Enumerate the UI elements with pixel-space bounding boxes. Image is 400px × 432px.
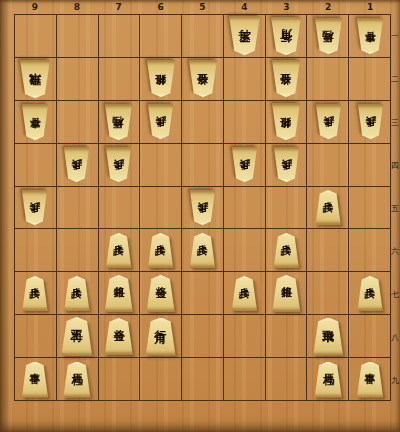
piece-kanji: 香車 bbox=[30, 365, 41, 398]
rank-label: 八 bbox=[390, 331, 400, 342]
board-cell[interactable] bbox=[349, 58, 391, 101]
board-cell[interactable] bbox=[57, 58, 99, 101]
piece-kanji: 金将 bbox=[113, 321, 124, 355]
shogi-piece-g-sente[interactable]: 金将 bbox=[104, 318, 134, 355]
board-cell[interactable] bbox=[140, 358, 182, 401]
piece-kanji: 歩兵 bbox=[239, 147, 250, 179]
piece-kanji: 銀将 bbox=[281, 278, 292, 312]
piece-face: 角行 bbox=[270, 17, 302, 55]
shogi-piece-b-gote[interactable]: 角行 bbox=[270, 17, 302, 55]
board-cell[interactable] bbox=[307, 144, 349, 187]
shogi-piece-p-gote[interactable]: 歩兵 bbox=[189, 190, 216, 225]
shogi-piece-p-gote[interactable]: 歩兵 bbox=[315, 104, 342, 139]
piece-kanji: 歩兵 bbox=[113, 147, 124, 179]
board-cell[interactable] bbox=[140, 187, 182, 230]
board-cell[interactable] bbox=[349, 187, 391, 230]
rank-label: 六 bbox=[390, 245, 400, 256]
board-cell[interactable] bbox=[57, 101, 99, 144]
board-cell[interactable] bbox=[307, 58, 349, 101]
board-cell[interactable] bbox=[349, 315, 391, 358]
piece-kanji: 銀将 bbox=[155, 60, 166, 94]
piece-face: 香車 bbox=[356, 362, 384, 398]
piece-kanji: 銀将 bbox=[113, 278, 124, 312]
shogi-piece-p-sente[interactable]: 歩兵 bbox=[357, 276, 384, 311]
shogi-piece-r-sente[interactable]: 飛車 bbox=[312, 318, 344, 356]
piece-kanji: 歩兵 bbox=[197, 190, 208, 222]
piece-kanji: 歩兵 bbox=[281, 236, 292, 268]
piece-kanji: 歩兵 bbox=[323, 104, 334, 136]
board-cell[interactable] bbox=[182, 358, 224, 401]
piece-kanji: 王将 bbox=[71, 320, 83, 356]
shogi-piece-p-gote[interactable]: 歩兵 bbox=[231, 147, 258, 182]
rank-label: 三 bbox=[390, 116, 400, 127]
piece-face: 歩兵 bbox=[315, 104, 342, 139]
piece-face: 歩兵 bbox=[231, 147, 258, 182]
board-cell[interactable] bbox=[224, 58, 266, 101]
shogi-piece-k-gote[interactable]: 玉将 bbox=[228, 16, 261, 55]
piece-face: 歩兵 bbox=[189, 190, 216, 225]
board-cell[interactable] bbox=[99, 358, 141, 401]
piece-face: 歩兵 bbox=[105, 233, 132, 268]
piece-kanji: 歩兵 bbox=[72, 147, 83, 179]
piece-kanji: 歩兵 bbox=[239, 279, 250, 311]
board-cell[interactable] bbox=[99, 58, 141, 101]
piece-face: 銀将 bbox=[271, 275, 301, 312]
piece-face: 銀将 bbox=[104, 275, 134, 312]
piece-kanji: 歩兵 bbox=[30, 190, 41, 222]
shogi-piece-n-gote[interactable]: 桂馬 bbox=[314, 18, 343, 54]
piece-face: 歩兵 bbox=[21, 276, 48, 311]
piece-face: 歩兵 bbox=[273, 233, 300, 268]
piece-kanji: 玉将 bbox=[238, 16, 250, 52]
shogi-piece-p-gote[interactable]: 歩兵 bbox=[273, 147, 300, 182]
piece-face: 飛車 bbox=[312, 318, 344, 356]
board-cell[interactable] bbox=[224, 101, 266, 144]
rank-label: 五 bbox=[390, 202, 400, 213]
board-cell[interactable] bbox=[182, 144, 224, 187]
shogi-piece-p-gote[interactable]: 歩兵 bbox=[147, 104, 174, 139]
piece-face: 香車 bbox=[21, 362, 49, 398]
piece-face: 金将 bbox=[104, 318, 134, 355]
piece-kanji: 歩兵 bbox=[30, 279, 41, 311]
shogi-piece-l-sente[interactable]: 香車 bbox=[356, 362, 384, 398]
piece-face: 歩兵 bbox=[357, 104, 384, 139]
board-cell[interactable] bbox=[57, 187, 99, 230]
shogi-piece-n-sente[interactable]: 桂馬 bbox=[62, 362, 91, 398]
board-cell[interactable] bbox=[15, 315, 57, 358]
board-cell[interactable] bbox=[349, 144, 391, 187]
board-cell[interactable] bbox=[224, 187, 266, 230]
shogi-piece-p-gote[interactable]: 歩兵 bbox=[63, 147, 90, 182]
piece-kanji: 桂馬 bbox=[323, 18, 334, 51]
piece-kanji: 飛車 bbox=[322, 321, 334, 356]
file-label: 2 bbox=[325, 1, 331, 13]
piece-face: 銀将 bbox=[271, 103, 301, 140]
rank-label: 二 bbox=[390, 73, 400, 84]
piece-face: 歩兵 bbox=[357, 276, 384, 311]
piece-kanji: 桂馬 bbox=[113, 104, 124, 137]
board-cell[interactable] bbox=[182, 101, 224, 144]
piece-face: 歩兵 bbox=[189, 233, 216, 268]
board-cell[interactable] bbox=[57, 15, 99, 58]
rank-label: 九 bbox=[390, 374, 400, 385]
piece-kanji: 角行 bbox=[155, 321, 167, 356]
piece-face: 香車 bbox=[21, 104, 49, 140]
piece-face: 銀将 bbox=[146, 60, 176, 97]
shogi-piece-l-gote[interactable]: 香車 bbox=[356, 18, 384, 54]
piece-face: 歩兵 bbox=[105, 147, 132, 182]
shogi-piece-k-sente[interactable]: 王将 bbox=[60, 317, 93, 356]
board-cell[interactable] bbox=[140, 15, 182, 58]
piece-face: 歩兵 bbox=[63, 276, 90, 311]
file-label: 5 bbox=[199, 1, 205, 13]
shogi-piece-g-gote[interactable]: 金将 bbox=[188, 60, 218, 97]
piece-kanji: 桂馬 bbox=[323, 365, 334, 398]
piece-kanji: 金将 bbox=[155, 278, 166, 312]
piece-face: 角行 bbox=[145, 318, 177, 356]
piece-face: 玉将 bbox=[228, 16, 261, 55]
piece-kanji: 香車 bbox=[365, 18, 376, 51]
shogi-app: 987654321 一二三四五六七八九 玉将角行桂馬香車飛車銀将金将金将香車桂馬… bbox=[0, 0, 400, 432]
shogi-piece-r-gote[interactable]: 飛車 bbox=[19, 60, 51, 98]
board-cell[interactable] bbox=[182, 272, 224, 315]
shogi-piece-l-sente[interactable]: 香車 bbox=[21, 362, 49, 398]
piece-kanji: 歩兵 bbox=[365, 279, 376, 311]
shogi-piece-p-sente[interactable]: 歩兵 bbox=[147, 233, 174, 268]
piece-kanji: 歩兵 bbox=[72, 279, 83, 311]
board-cell[interactable] bbox=[57, 229, 99, 272]
piece-face: 桂馬 bbox=[62, 362, 91, 398]
board-cell[interactable] bbox=[182, 15, 224, 58]
shogi-piece-p-sente[interactable]: 歩兵 bbox=[189, 233, 216, 268]
piece-face: 歩兵 bbox=[315, 190, 342, 225]
shogi-piece-p-gote[interactable]: 歩兵 bbox=[105, 147, 132, 182]
shogi-piece-g-sente[interactable]: 金将 bbox=[146, 275, 176, 312]
piece-kanji: 金将 bbox=[281, 60, 292, 94]
piece-face: 歩兵 bbox=[147, 233, 174, 268]
shogi-piece-p-sente[interactable]: 歩兵 bbox=[63, 276, 90, 311]
shogi-piece-s-sente[interactable]: 銀将 bbox=[104, 275, 134, 312]
piece-kanji: 歩兵 bbox=[323, 193, 334, 225]
board-cell[interactable] bbox=[307, 272, 349, 315]
shogi-piece-b-sente[interactable]: 角行 bbox=[145, 318, 177, 356]
file-label: 7 bbox=[116, 1, 122, 13]
piece-face: 歩兵 bbox=[63, 147, 90, 182]
shogi-piece-s-gote[interactable]: 銀将 bbox=[271, 103, 301, 140]
piece-face: 桂馬 bbox=[314, 18, 343, 54]
file-label: 4 bbox=[241, 1, 247, 13]
shogi-piece-p-gote[interactable]: 歩兵 bbox=[21, 190, 48, 225]
piece-kanji: 歩兵 bbox=[155, 104, 166, 136]
shogi-piece-p-sente[interactable]: 歩兵 bbox=[273, 233, 300, 268]
shogi-piece-s-sente[interactable]: 銀将 bbox=[271, 275, 301, 312]
file-label: 3 bbox=[283, 1, 289, 13]
board-cell[interactable] bbox=[266, 315, 308, 358]
piece-face: 香車 bbox=[356, 18, 384, 54]
piece-kanji: 金将 bbox=[197, 60, 208, 94]
shogi-piece-p-sente[interactable]: 歩兵 bbox=[105, 233, 132, 268]
piece-kanji: 角行 bbox=[280, 17, 292, 52]
shogi-piece-p-sente[interactable]: 歩兵 bbox=[21, 276, 48, 311]
board-cell[interactable] bbox=[15, 15, 57, 58]
file-label: 6 bbox=[157, 1, 163, 13]
shogi-piece-p-sente[interactable]: 歩兵 bbox=[315, 190, 342, 225]
piece-face: 王将 bbox=[60, 317, 93, 356]
rank-label: 七 bbox=[390, 288, 400, 299]
piece-face: 飛車 bbox=[19, 60, 51, 98]
piece-face: 金将 bbox=[271, 60, 301, 97]
piece-face: 桂馬 bbox=[104, 104, 133, 140]
shogi-piece-n-gote[interactable]: 桂馬 bbox=[104, 104, 133, 140]
file-label: 8 bbox=[74, 1, 80, 13]
board-cell[interactable] bbox=[224, 358, 266, 401]
shogi-piece-g-gote[interactable]: 金将 bbox=[271, 60, 301, 97]
piece-kanji: 歩兵 bbox=[197, 236, 208, 268]
file-label: 9 bbox=[32, 1, 38, 13]
shogi-piece-l-gote[interactable]: 香車 bbox=[21, 104, 49, 140]
rank-label: 四 bbox=[390, 159, 400, 170]
piece-face: 歩兵 bbox=[231, 276, 258, 311]
board-cell[interactable] bbox=[349, 229, 391, 272]
piece-face: 歩兵 bbox=[147, 104, 174, 139]
piece-face: 歩兵 bbox=[21, 190, 48, 225]
board-cell[interactable] bbox=[140, 144, 182, 187]
shogi-piece-n-sente[interactable]: 桂馬 bbox=[314, 362, 343, 398]
piece-kanji: 香車 bbox=[30, 104, 41, 137]
board-cell[interactable] bbox=[99, 15, 141, 58]
piece-kanji: 飛車 bbox=[29, 60, 41, 95]
piece-kanji: 歩兵 bbox=[155, 236, 166, 268]
piece-kanji: 歩兵 bbox=[365, 104, 376, 136]
shogi-piece-s-gote[interactable]: 銀将 bbox=[146, 60, 176, 97]
shogi-piece-p-gote[interactable]: 歩兵 bbox=[357, 104, 384, 139]
board-cell[interactable] bbox=[182, 315, 224, 358]
file-label: 1 bbox=[367, 1, 373, 13]
board-cell[interactable] bbox=[266, 358, 308, 401]
piece-kanji: 歩兵 bbox=[113, 236, 124, 268]
board-cell[interactable] bbox=[15, 229, 57, 272]
piece-face: 歩兵 bbox=[273, 147, 300, 182]
piece-face: 桂馬 bbox=[314, 362, 343, 398]
board-cell[interactable] bbox=[15, 144, 57, 187]
rank-label: 一 bbox=[390, 30, 400, 41]
piece-kanji: 銀将 bbox=[281, 103, 292, 137]
piece-kanji: 桂馬 bbox=[71, 365, 82, 398]
piece-face: 金将 bbox=[188, 60, 218, 97]
board-cell[interactable] bbox=[266, 187, 308, 230]
piece-kanji: 歩兵 bbox=[281, 147, 292, 179]
piece-face: 金将 bbox=[146, 275, 176, 312]
board-cell[interactable] bbox=[224, 229, 266, 272]
board-cell[interactable] bbox=[99, 187, 141, 230]
shogi-piece-p-sente[interactable]: 歩兵 bbox=[231, 276, 258, 311]
board-cell[interactable] bbox=[224, 315, 266, 358]
piece-kanji: 香車 bbox=[365, 365, 376, 398]
board-cell[interactable] bbox=[307, 229, 349, 272]
